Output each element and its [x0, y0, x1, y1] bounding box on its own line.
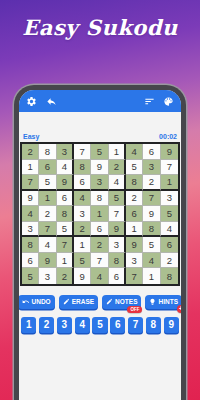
grid-cell-r2c8[interactable]: 3 [143, 160, 160, 176]
grid-cell-r4c6[interactable]: 5 [109, 191, 126, 207]
grid-cell-r3c4[interactable]: 6 [74, 175, 91, 191]
grid-cell-r1c1[interactable]: 2 [22, 144, 39, 160]
numpad: 123456789 [19, 317, 181, 334]
grid-cell-r2c5[interactable]: 9 [91, 160, 108, 176]
numpad-button-8[interactable]: 8 [146, 317, 161, 334]
grid-cell-r8c1[interactable]: 6 [22, 253, 39, 269]
numpad-button-5[interactable]: 5 [92, 317, 107, 334]
grid-cell-r9c2[interactable]: 3 [39, 268, 56, 284]
grid-cell-r2c3[interactable]: 4 [57, 160, 74, 176]
undo-icon [22, 298, 30, 306]
grid-cell-r2c1[interactable]: 1 [22, 160, 39, 176]
grid-cell-r6c5[interactable]: 6 [91, 222, 108, 238]
grid-cell-r4c8[interactable]: 7 [143, 191, 160, 207]
grid-cell-r9c8[interactable]: 1 [143, 268, 160, 284]
grid-cell-r9c7[interactable]: 7 [126, 268, 143, 284]
grid-cell-r4c3[interactable]: 6 [57, 191, 74, 207]
grid-cell-r4c9[interactable]: 3 [161, 191, 178, 207]
hints-plus-badge: + [177, 305, 185, 313]
difficulty-label: Easy [23, 133, 39, 140]
page-title: Easy Sukodu [0, 15, 200, 40]
sort-lines-icon[interactable] [144, 96, 155, 107]
grid-cell-r3c6[interactable]: 4 [109, 175, 126, 191]
grid-cell-r3c2[interactable]: 5 [39, 175, 56, 191]
sudoku-board: 2837514691648925377596348219164852734283… [20, 142, 180, 286]
grid-cell-r2c4[interactable]: 8 [74, 160, 91, 176]
erase-pencil-icon [63, 298, 70, 305]
grid-cell-r7c4[interactable]: 1 [74, 237, 91, 253]
grid-cell-r6c1[interactable]: 3 [22, 222, 39, 238]
grid-cell-r8c6[interactable]: 8 [109, 253, 126, 269]
grid-cell-r3c1[interactable]: 7 [22, 175, 39, 191]
grid-cell-r5c6[interactable]: 7 [109, 206, 126, 222]
grid-cell-r3c5[interactable]: 3 [91, 175, 108, 191]
grid-cell-r6c9[interactable]: 4 [161, 222, 178, 238]
grid-cell-r3c8[interactable]: 2 [143, 175, 160, 191]
undo-button-label: UNDO [32, 298, 51, 305]
notes-pencil-icon [106, 298, 113, 305]
grid-cell-r3c3[interactable]: 9 [57, 175, 74, 191]
notes-button[interactable]: NOTES OFF [102, 295, 141, 309]
numpad-button-6[interactable]: 6 [110, 317, 125, 334]
numpad-button-1[interactable]: 1 [21, 317, 36, 334]
numpad-button-3[interactable]: 3 [57, 317, 72, 334]
grid-cell-r2c6[interactable]: 2 [109, 160, 126, 176]
numpad-button-9[interactable]: 9 [164, 317, 179, 334]
notes-button-label: NOTES [115, 298, 137, 305]
hints-bulb-icon [149, 298, 156, 306]
grid-cell-r8c2[interactable]: 9 [39, 253, 56, 269]
hints-button[interactable]: HINTS + [145, 295, 182, 309]
grid-cell-r8c9[interactable]: 2 [161, 253, 178, 269]
grid-cell-r7c1[interactable]: 8 [22, 237, 39, 253]
grid-cell-r7c2[interactable]: 4 [39, 237, 56, 253]
grid-cell-r4c1[interactable]: 9 [22, 191, 39, 207]
phone-frame: Easy 00:02 28375146916489253775963482191… [14, 85, 186, 400]
grid-cell-r4c4[interactable]: 4 [74, 191, 91, 207]
grid-cell-r7c8[interactable]: 5 [143, 237, 160, 253]
grid-cell-r6c4[interactable]: 2 [74, 222, 91, 238]
hints-button-label: HINTS [158, 298, 178, 305]
erase-button-label: ERASE [72, 298, 94, 305]
grid-cell-r1c6[interactable]: 1 [109, 144, 126, 160]
grid-cell-r2c2[interactable]: 6 [39, 160, 56, 176]
grid-cell-r5c3[interactable]: 8 [57, 206, 74, 222]
settings-gear-icon[interactable] [26, 96, 37, 107]
grid-cell-r4c2[interactable]: 1 [39, 191, 56, 207]
appbar-left-group [26, 96, 57, 107]
appbar-right-group [144, 96, 174, 107]
grid-cell-r9c3[interactable]: 2 [57, 268, 74, 284]
grid-cell-r5c5[interactable]: 1 [91, 206, 108, 222]
status-row: Easy 00:02 [19, 133, 181, 140]
grid-cell-r6c2[interactable]: 7 [39, 222, 56, 238]
grid-cell-r6c3[interactable]: 5 [57, 222, 74, 238]
grid-cell-r2c9[interactable]: 7 [161, 160, 178, 176]
grid-cell-r5c2[interactable]: 2 [39, 206, 56, 222]
grid-cell-r7c7[interactable]: 9 [126, 237, 143, 253]
grid-cell-r9c5[interactable]: 4 [91, 268, 108, 284]
grid-cell-r9c4[interactable]: 9 [74, 268, 91, 284]
notes-off-badge: OFF [127, 306, 142, 313]
grid-cell-r7c9[interactable]: 6 [161, 237, 178, 253]
grid-cell-r1c4[interactable]: 7 [74, 144, 91, 160]
grid-cell-r4c7[interactable]: 2 [126, 191, 143, 207]
grid-cell-r8c3[interactable]: 1 [57, 253, 74, 269]
numpad-button-2[interactable]: 2 [39, 317, 54, 334]
grid-cell-r8c4[interactable]: 5 [74, 253, 91, 269]
app-toolbar [19, 90, 181, 112]
grid-cell-r6c7[interactable]: 1 [126, 222, 143, 238]
grid-cell-r8c8[interactable]: 4 [143, 253, 160, 269]
grid-cell-r7c5[interactable]: 2 [91, 237, 108, 253]
erase-button[interactable]: ERASE [59, 295, 98, 309]
grid-cell-r8c5[interactable]: 7 [91, 253, 108, 269]
grid-cell-r6c8[interactable]: 8 [143, 222, 160, 238]
back-reply-arrow-icon[interactable] [46, 96, 57, 107]
grid-cell-r5c4[interactable]: 3 [74, 206, 91, 222]
undo-button[interactable]: UNDO [18, 295, 55, 309]
grid-cell-r5c1[interactable]: 4 [22, 206, 39, 222]
grid-cell-r6c6[interactable]: 9 [109, 222, 126, 238]
grid-cell-r1c9[interactable]: 9 [161, 144, 178, 160]
grid-cell-r1c5[interactable]: 5 [91, 144, 108, 160]
timer-label: 00:02 [159, 133, 177, 140]
grid-cell-r1c3[interactable]: 3 [57, 144, 74, 160]
grid-cell-r9c1[interactable]: 5 [22, 268, 39, 284]
grid-cell-r2c7[interactable]: 5 [126, 160, 143, 176]
grid-cell-r5c9[interactable]: 5 [161, 206, 178, 222]
grid-cell-r4c5[interactable]: 8 [91, 191, 108, 207]
numpad-button-7[interactable]: 7 [128, 317, 143, 334]
grid-cell-r1c8[interactable]: 6 [143, 144, 160, 160]
grid-cell-r5c7[interactable]: 6 [126, 206, 143, 222]
grid-cell-r5c8[interactable]: 9 [143, 206, 160, 222]
grid-cell-r9c6[interactable]: 6 [109, 268, 126, 284]
action-toolbar: UNDO ERASE NOTES OFF HINTS + [22, 295, 178, 309]
numpad-button-4[interactable]: 4 [75, 317, 90, 334]
grid-cell-r3c9[interactable]: 1 [161, 175, 178, 191]
grid-cell-r9c9[interactable]: 8 [161, 268, 178, 284]
grid-cell-r8c7[interactable]: 3 [126, 253, 143, 269]
grid-cell-r1c7[interactable]: 4 [126, 144, 143, 160]
screenshot: Easy Sukodu Easy [0, 0, 200, 400]
grid-cell-r7c6[interactable]: 3 [109, 237, 126, 253]
grid-cell-r1c2[interactable]: 8 [39, 144, 56, 160]
theme-palette-icon[interactable] [163, 96, 174, 107]
grid-cell-r7c3[interactable]: 7 [57, 237, 74, 253]
grid-cell-r3c7[interactable]: 8 [126, 175, 143, 191]
